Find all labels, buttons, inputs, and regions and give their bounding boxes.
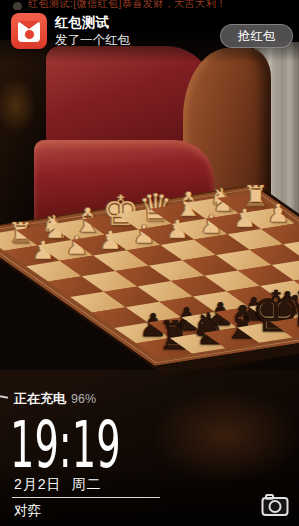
battery-percent: 96% <box>71 392 96 406</box>
wallpaper-caption: 对弈 <box>14 502 41 520</box>
charging-label: 正在充电 <box>14 391 66 406</box>
black-queen: ♛ <box>286 283 299 335</box>
notification-title: 红包测试 <box>55 14 109 32</box>
envelope-flap <box>18 21 40 29</box>
clock-time: 19:19 <box>10 413 121 477</box>
charging-status: 正在充电96% <box>14 390 96 408</box>
ticker-text: 红包测试:[微信红包]恭喜发财，大吉大利！ <box>28 0 227 10</box>
red-packet-icon[interactable] <box>11 13 47 49</box>
notification-dot-icon <box>13 2 22 10</box>
grab-red-packet-button[interactable]: 抢红包 <box>220 24 293 48</box>
date-text: 2月2日 <box>14 476 62 492</box>
clock-date: 2月2日周二 <box>14 476 102 494</box>
white-pawn: ♟ <box>267 201 290 226</box>
weekday-text: 周二 <box>72 476 102 492</box>
envelope-seal <box>24 29 35 40</box>
statusbar-ticker: 红包测试:[微信红包]恭喜发财，大吉大利！ <box>0 0 299 10</box>
chess-board: ♜♞♝♚♛♝♞♜♟♟♟♟♟♟♟♟♟♟♟♟♟♟♟♟♜♞♝♚♛♝♞♜ <box>0 186 299 366</box>
camera-icon[interactable] <box>261 493 289 517</box>
notification-message: 发了一个红包 <box>55 32 130 49</box>
date-divider <box>12 497 160 498</box>
